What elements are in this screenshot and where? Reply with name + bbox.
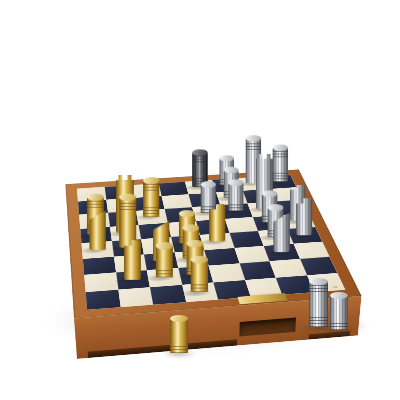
drawer-notch[interactable] [240,318,297,337]
gold-rook[interactable] [143,180,159,217]
gold-knight[interactable] [209,204,225,241]
captured-silver-rook[interactable] [309,281,328,327]
gold-queen[interactable] [119,197,136,248]
silver-rook[interactable] [272,147,288,182]
gold-knight[interactable] [124,240,141,280]
captured-gold-pawn[interactable] [170,318,188,353]
silver-pawn[interactable] [200,184,215,213]
silver-pawn[interactable] [228,182,243,211]
chess-set-photo-scene [0,0,400,400]
silver-knight[interactable] [296,198,312,235]
captured-silver-pawn[interactable] [330,295,348,330]
gold-pawn[interactable] [191,259,209,292]
gold-pawn[interactable] [156,245,173,277]
